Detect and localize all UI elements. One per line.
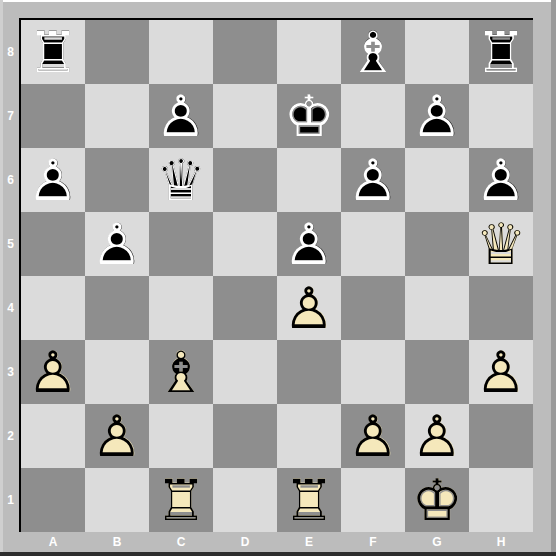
square-h2[interactable] [469, 404, 533, 468]
piece-black-pawn: ♟♙ [277, 212, 341, 276]
square-c5[interactable] [149, 212, 213, 276]
piece-glyph-outline: ♙ [277, 212, 341, 276]
piece-glyph-outline: ♙ [341, 148, 405, 212]
piece-white-pawn: ♟♙ [85, 404, 149, 468]
square-b2[interactable]: ♟♙ [85, 404, 149, 468]
piece-glyph-outline: ♙ [469, 148, 533, 212]
square-g6[interactable] [405, 148, 469, 212]
square-f7[interactable] [341, 84, 405, 148]
square-h5[interactable]: ♛♕ [469, 212, 533, 276]
square-g8[interactable] [405, 20, 469, 84]
square-g3[interactable] [405, 340, 469, 404]
square-d3[interactable] [213, 340, 277, 404]
square-g7[interactable]: ♟♙ [405, 84, 469, 148]
square-c7[interactable]: ♟♙ [149, 84, 213, 148]
rank-label-3: 3 [2, 340, 19, 404]
file-label-e: E [277, 533, 341, 551]
piece-glyph-outline: ♕ [149, 148, 213, 212]
piece-glyph-outline: ♖ [21, 20, 85, 84]
file-label-h: H [469, 533, 533, 551]
rank-label-2: 2 [2, 404, 19, 468]
square-d1[interactable] [213, 468, 277, 532]
piece-glyph-outline: ♙ [21, 340, 85, 404]
rank-label-6: 6 [2, 148, 19, 212]
board-frame: 87654321 ♜♖♝♗♜♖♟♙♚♔♟♙♟♙♛♕♟♙♟♙♟♙♟♙♛♕♟♙♟♙♝… [0, 0, 556, 556]
piece-white-pawn: ♟♙ [341, 404, 405, 468]
file-label-b: B [85, 533, 149, 551]
piece-black-king: ♚♔ [277, 84, 341, 148]
square-f2[interactable]: ♟♙ [341, 404, 405, 468]
piece-glyph-outline: ♙ [85, 404, 149, 468]
piece-white-pawn: ♟♙ [277, 276, 341, 340]
square-a4[interactable] [21, 276, 85, 340]
square-a8[interactable]: ♜♖ [21, 20, 85, 84]
chess-board: ♜♖♝♗♜♖♟♙♚♔♟♙♟♙♛♕♟♙♟♙♟♙♟♙♛♕♟♙♟♙♝♗♟♙♟♙♟♙♟♙… [19, 18, 533, 532]
square-f6[interactable]: ♟♙ [341, 148, 405, 212]
square-b4[interactable] [85, 276, 149, 340]
piece-white-pawn: ♟♙ [21, 340, 85, 404]
piece-black-pawn: ♟♙ [149, 84, 213, 148]
piece-white-king: ♚♔ [405, 468, 469, 532]
square-a3[interactable]: ♟♙ [21, 340, 85, 404]
square-e4[interactable]: ♟♙ [277, 276, 341, 340]
rank-label-4: 4 [2, 276, 19, 340]
square-c3[interactable]: ♝♗ [149, 340, 213, 404]
piece-black-pawn: ♟♙ [85, 212, 149, 276]
square-h3[interactable]: ♟♙ [469, 340, 533, 404]
square-b5[interactable]: ♟♙ [85, 212, 149, 276]
square-b6[interactable] [85, 148, 149, 212]
square-d5[interactable] [213, 212, 277, 276]
rank-label-1: 1 [2, 468, 19, 532]
square-d2[interactable] [213, 404, 277, 468]
square-e1[interactable]: ♜♖ [277, 468, 341, 532]
square-h6[interactable]: ♟♙ [469, 148, 533, 212]
piece-white-rook: ♜♖ [277, 468, 341, 532]
piece-black-pawn: ♟♙ [21, 148, 85, 212]
square-d4[interactable] [213, 276, 277, 340]
piece-black-queen: ♛♕ [149, 148, 213, 212]
piece-black-pawn: ♟♙ [341, 148, 405, 212]
file-labels: ABCDEFGH [21, 533, 533, 551]
piece-black-rook: ♜♖ [21, 20, 85, 84]
frame-bevel-top [0, 0, 556, 2]
piece-glyph-outline: ♔ [277, 84, 341, 148]
square-h4[interactable] [469, 276, 533, 340]
square-a2[interactable] [21, 404, 85, 468]
piece-glyph-outline: ♙ [469, 340, 533, 404]
file-label-g: G [405, 533, 469, 551]
frame-bevel-bottom [0, 552, 556, 556]
piece-glyph-outline: ♖ [469, 20, 533, 84]
square-g5[interactable] [405, 212, 469, 276]
frame-bevel-right [551, 0, 556, 556]
square-c8[interactable] [149, 20, 213, 84]
piece-glyph-outline: ♙ [149, 84, 213, 148]
piece-white-rook: ♜♖ [149, 468, 213, 532]
piece-white-pawn: ♟♙ [405, 404, 469, 468]
square-d6[interactable] [213, 148, 277, 212]
piece-white-pawn: ♟♙ [469, 340, 533, 404]
rank-labels: 87654321 [2, 20, 19, 532]
square-f5[interactable] [341, 212, 405, 276]
square-h1[interactable] [469, 468, 533, 532]
piece-glyph-outline: ♕ [469, 212, 533, 276]
square-a1[interactable] [21, 468, 85, 532]
file-label-d: D [213, 533, 277, 551]
piece-glyph-outline: ♙ [405, 84, 469, 148]
piece-white-bishop: ♝♗ [149, 340, 213, 404]
rank-label-5: 5 [2, 212, 19, 276]
square-g4[interactable] [405, 276, 469, 340]
piece-glyph-outline: ♖ [277, 468, 341, 532]
square-d7[interactable] [213, 84, 277, 148]
file-label-c: C [149, 533, 213, 551]
square-a6[interactable]: ♟♙ [21, 148, 85, 212]
square-f8[interactable]: ♝♗ [341, 20, 405, 84]
square-b7[interactable] [85, 84, 149, 148]
piece-black-bishop: ♝♗ [341, 20, 405, 84]
square-f1[interactable] [341, 468, 405, 532]
piece-glyph-outline: ♙ [21, 148, 85, 212]
piece-white-queen: ♛♕ [469, 212, 533, 276]
piece-glyph-outline: ♙ [277, 276, 341, 340]
piece-black-pawn: ♟♙ [469, 148, 533, 212]
square-d8[interactable] [213, 20, 277, 84]
square-b3[interactable] [85, 340, 149, 404]
square-c1[interactable]: ♜♖ [149, 468, 213, 532]
square-f3[interactable] [341, 340, 405, 404]
square-c2[interactable] [149, 404, 213, 468]
square-e3[interactable] [277, 340, 341, 404]
piece-glyph-outline: ♖ [149, 468, 213, 532]
square-e2[interactable] [277, 404, 341, 468]
square-a5[interactable] [21, 212, 85, 276]
file-label-f: F [341, 533, 405, 551]
square-h8[interactable]: ♜♖ [469, 20, 533, 84]
piece-glyph-outline: ♙ [85, 212, 149, 276]
square-e8[interactable] [277, 20, 341, 84]
square-c4[interactable] [149, 276, 213, 340]
square-c6[interactable]: ♛♕ [149, 148, 213, 212]
square-h7[interactable] [469, 84, 533, 148]
piece-glyph-outline: ♔ [405, 468, 469, 532]
piece-black-rook: ♜♖ [469, 20, 533, 84]
rank-label-7: 7 [2, 84, 19, 148]
piece-glyph-outline: ♗ [149, 340, 213, 404]
piece-glyph-outline: ♗ [341, 20, 405, 84]
rank-label-8: 8 [2, 20, 19, 84]
piece-black-pawn: ♟♙ [405, 84, 469, 148]
square-f4[interactable] [341, 276, 405, 340]
square-e7[interactable]: ♚♔ [277, 84, 341, 148]
file-label-a: A [21, 533, 85, 551]
square-e5[interactable]: ♟♙ [277, 212, 341, 276]
square-g2[interactable]: ♟♙ [405, 404, 469, 468]
piece-glyph-outline: ♙ [341, 404, 405, 468]
piece-glyph-outline: ♙ [405, 404, 469, 468]
square-b1[interactable] [85, 468, 149, 532]
square-e6[interactable] [277, 148, 341, 212]
square-b8[interactable] [85, 20, 149, 84]
square-a7[interactable] [21, 84, 85, 148]
square-g1[interactable]: ♚♔ [405, 468, 469, 532]
